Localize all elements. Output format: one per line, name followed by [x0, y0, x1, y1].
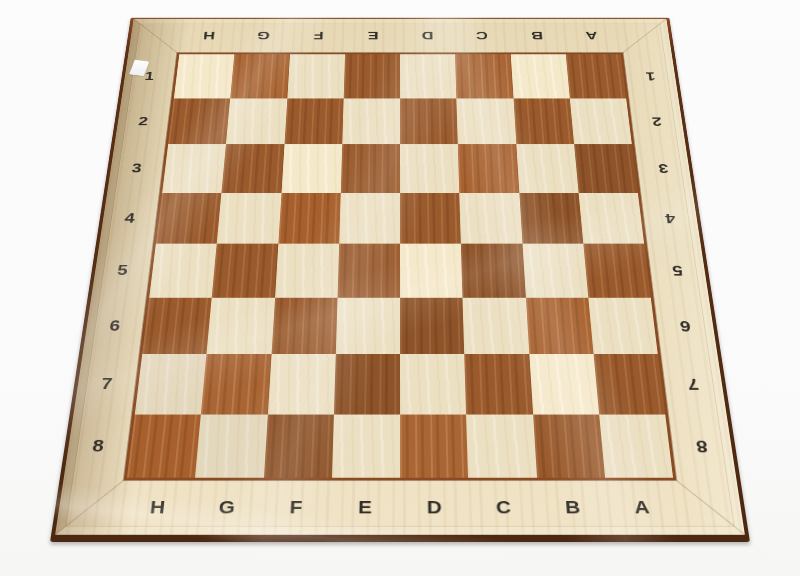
rank-label: 3: [634, 144, 693, 192]
square-g7[interactable]: [201, 354, 271, 414]
square-d8[interactable]: [400, 414, 468, 478]
square-g3[interactable]: [222, 144, 284, 192]
square-c3[interactable]: [458, 144, 519, 192]
square-a7[interactable]: [593, 354, 665, 414]
rank-label: 2: [629, 98, 686, 144]
rank-label: 7: [73, 354, 139, 414]
square-d2[interactable]: [400, 98, 458, 144]
square-d1[interactable]: [400, 54, 457, 98]
square-f1[interactable]: [287, 54, 345, 98]
square-g5[interactable]: [212, 244, 278, 298]
file-label: G: [235, 19, 292, 53]
square-g2[interactable]: [226, 98, 287, 144]
file-label: H: [120, 480, 195, 534]
square-h5[interactable]: [149, 244, 217, 298]
file-label: F: [260, 480, 332, 534]
square-g1[interactable]: [230, 54, 289, 98]
square-d6[interactable]: [400, 297, 464, 354]
board-edge-rim: HGFEDCBA HGFEDCBA 12345678 12345678: [50, 18, 750, 542]
square-h4[interactable]: [156, 193, 222, 244]
square-g4[interactable]: [217, 193, 281, 244]
board-grid: [127, 54, 673, 477]
square-f4[interactable]: [278, 193, 341, 244]
square-f6[interactable]: [271, 297, 337, 354]
file-label: C: [454, 19, 510, 53]
file-label: F: [290, 19, 346, 53]
square-a3[interactable]: [574, 144, 638, 192]
file-label: B: [537, 480, 610, 534]
square-e6[interactable]: [336, 297, 400, 354]
square-a2[interactable]: [570, 98, 632, 144]
file-label: C: [468, 480, 540, 534]
file-label: H: [179, 19, 237, 53]
rank-label: 7: [661, 354, 727, 414]
square-e1[interactable]: [343, 54, 400, 98]
square-b3[interactable]: [516, 144, 578, 192]
square-f3[interactable]: [281, 144, 342, 192]
file-labels-bottom: HGFEDCBA: [120, 480, 680, 534]
file-label: E: [345, 19, 400, 53]
rank-label: 8: [64, 414, 132, 478]
rank-label: 4: [640, 193, 700, 244]
square-e4[interactable]: [339, 193, 400, 244]
square-a4[interactable]: [578, 193, 644, 244]
square-c4[interactable]: [459, 193, 522, 244]
miter-joint-top-left: [128, 19, 181, 53]
rank-label: 1: [623, 54, 678, 98]
square-d4[interactable]: [400, 193, 461, 244]
square-h2[interactable]: [168, 98, 230, 144]
rank-label: 4: [99, 193, 159, 244]
file-label: E: [330, 480, 400, 534]
file-label: D: [400, 480, 470, 534]
square-a6[interactable]: [588, 297, 658, 354]
square-d7[interactable]: [400, 354, 466, 414]
square-c6[interactable]: [463, 297, 529, 354]
file-label: D: [400, 19, 455, 53]
square-a5[interactable]: [583, 244, 651, 298]
playing-area: [124, 53, 677, 481]
square-c7[interactable]: [464, 354, 532, 414]
rank-label: 3: [107, 144, 166, 192]
file-label: G: [190, 480, 263, 534]
square-e8[interactable]: [332, 414, 400, 478]
square-f2[interactable]: [284, 98, 343, 144]
square-h3[interactable]: [162, 144, 226, 192]
square-h1[interactable]: [174, 54, 235, 98]
chessboard: HGFEDCBA HGFEDCBA 12345678 12345678: [50, 18, 750, 542]
square-f7[interactable]: [267, 354, 335, 414]
square-h7[interactable]: [135, 354, 207, 414]
square-c8[interactable]: [466, 414, 536, 478]
square-d5[interactable]: [400, 244, 463, 298]
square-f5[interactable]: [275, 244, 339, 298]
square-a1[interactable]: [566, 54, 627, 98]
square-f8[interactable]: [263, 414, 333, 478]
rank-label: 5: [91, 244, 153, 298]
miter-joint-top-right: [619, 19, 672, 53]
rank-label: 6: [653, 297, 717, 354]
square-e2[interactable]: [342, 98, 400, 144]
file-label: A: [562, 19, 620, 53]
square-b2[interactable]: [513, 98, 574, 144]
square-c1[interactable]: [455, 54, 513, 98]
square-d3[interactable]: [400, 144, 459, 192]
square-h6[interactable]: [142, 297, 212, 354]
square-a8[interactable]: [599, 414, 673, 478]
square-b5[interactable]: [522, 244, 588, 298]
square-b1[interactable]: [510, 54, 569, 98]
square-b8[interactable]: [533, 414, 605, 478]
square-g6[interactable]: [207, 297, 275, 354]
rank-label: 5: [647, 244, 709, 298]
square-b4[interactable]: [519, 193, 583, 244]
square-g8[interactable]: [195, 414, 267, 478]
board-frame: HGFEDCBA HGFEDCBA 12345678 12345678: [55, 19, 745, 535]
photo-background: HGFEDCBA HGFEDCBA 12345678 12345678: [0, 0, 800, 576]
square-c5[interactable]: [461, 244, 525, 298]
file-labels-top: HGFEDCBA: [179, 19, 620, 53]
square-e3[interactable]: [341, 144, 400, 192]
miter-joint-bottom-right: [676, 480, 745, 534]
file-label: B: [508, 19, 565, 53]
miter-joint-bottom-left: [55, 480, 124, 534]
square-h8[interactable]: [127, 414, 201, 478]
square-e7[interactable]: [334, 354, 400, 414]
square-b7[interactable]: [529, 354, 599, 414]
square-c2[interactable]: [457, 98, 516, 144]
square-b6[interactable]: [525, 297, 593, 354]
rank-label: 8: [668, 414, 736, 478]
file-label: A: [605, 480, 680, 534]
square-e5[interactable]: [337, 244, 400, 298]
rank-label: 2: [115, 98, 172, 144]
rank-label: 6: [83, 297, 147, 354]
